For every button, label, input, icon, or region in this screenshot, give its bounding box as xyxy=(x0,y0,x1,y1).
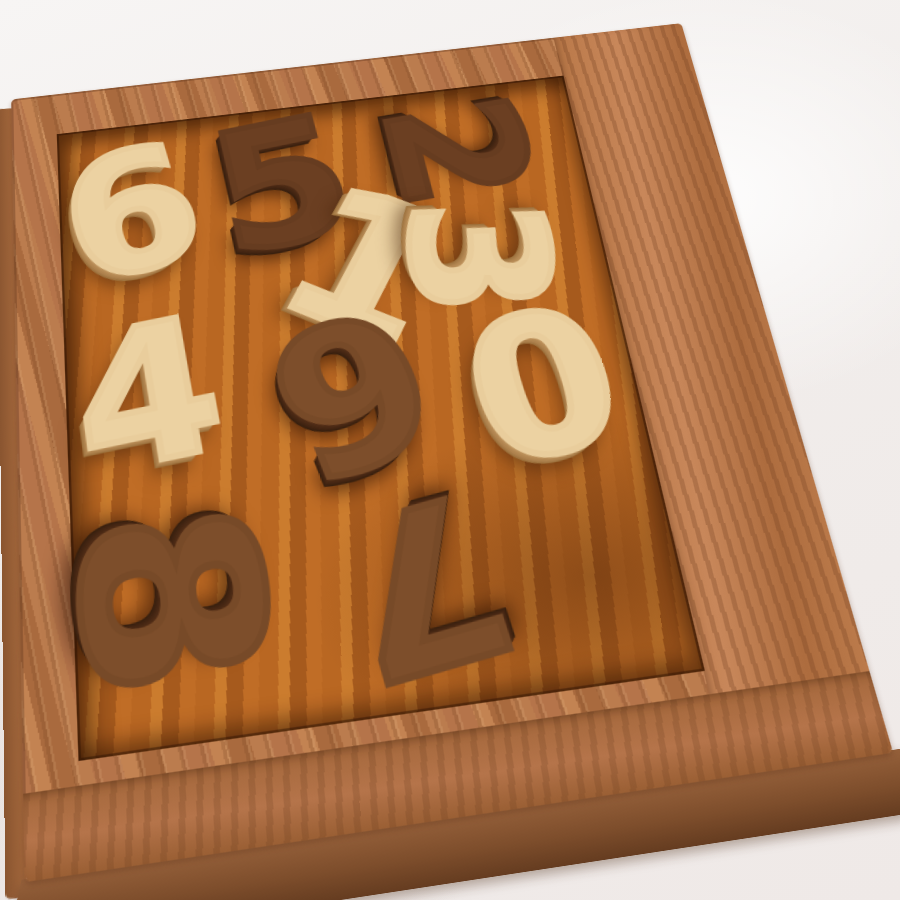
piece-digit-7[interactable]: 7 xyxy=(319,461,532,715)
tray-frame: 6 5 2 1 3 4 9 xyxy=(11,23,893,882)
piece-digit-4[interactable]: 4 xyxy=(64,292,236,506)
digit-glyph: 7 xyxy=(319,461,532,715)
digit-glyph: 4 xyxy=(64,292,236,506)
puzzle-board: 6 5 2 1 3 4 9 xyxy=(11,23,893,882)
piece-digit-8[interactable]: 8 xyxy=(40,488,304,716)
piece-digit-0[interactable]: 0 xyxy=(446,280,644,497)
digit-glyph: 8 xyxy=(40,488,304,716)
digit-glyph: 0 xyxy=(446,280,644,497)
photo-backdrop: 6 5 2 1 3 4 9 xyxy=(0,0,900,900)
